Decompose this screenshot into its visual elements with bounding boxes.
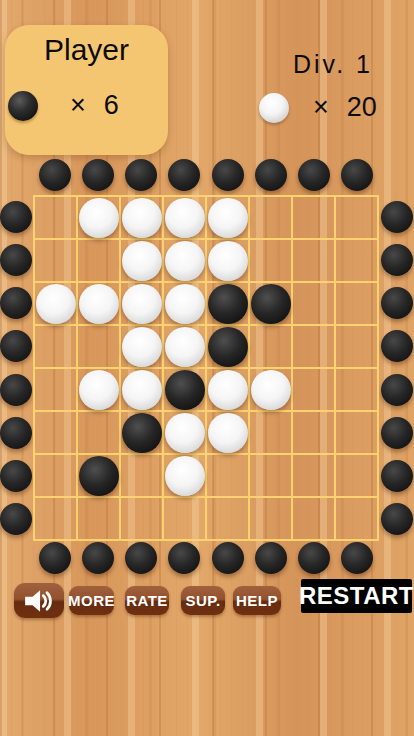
white-stone (165, 284, 205, 324)
board-cell[interactable] (207, 369, 248, 410)
board-cell[interactable] (250, 197, 291, 238)
board-cell[interactable] (250, 326, 291, 367)
decorative-black-stone (0, 503, 32, 535)
board-cell[interactable] (35, 197, 76, 238)
board-cell[interactable] (121, 412, 162, 453)
board-cell[interactable] (35, 455, 76, 496)
board-cell[interactable] (164, 498, 205, 539)
board-cell[interactable] (78, 455, 119, 496)
decorative-black-stone (125, 159, 157, 191)
black-stone (251, 284, 291, 324)
opponent-score-row: × 20 (259, 92, 377, 123)
decorative-black-stone (0, 201, 32, 233)
board-cell[interactable] (207, 197, 248, 238)
white-stone (165, 198, 205, 238)
decorative-black-stone (212, 542, 244, 574)
white-stone (79, 370, 119, 410)
support-button[interactable]: SUP. (181, 586, 225, 615)
board-cell[interactable] (164, 283, 205, 324)
black-stone (79, 456, 119, 496)
board-cell[interactable] (78, 197, 119, 238)
decorative-black-stone (381, 287, 413, 319)
decorative-black-stone (0, 460, 32, 492)
white-stone (208, 241, 248, 281)
decorative-black-stone (0, 244, 32, 276)
speaker-icon (23, 588, 55, 614)
decorative-black-stone (298, 159, 330, 191)
decorative-black-stone (0, 330, 32, 362)
board-cell[interactable] (336, 412, 377, 453)
white-stone (122, 370, 162, 410)
board-cell[interactable] (164, 369, 205, 410)
player-stone-count: 6 (104, 90, 119, 121)
board-cell[interactable] (293, 412, 334, 453)
board-cell[interactable] (121, 197, 162, 238)
board-cell[interactable] (250, 369, 291, 410)
board-cell[interactable] (250, 240, 291, 281)
board-cell[interactable] (207, 455, 248, 496)
white-stone (122, 284, 162, 324)
decorative-black-stone (341, 159, 373, 191)
opponent-label: Div. 1 (258, 50, 408, 79)
decorative-black-stone (212, 159, 244, 191)
board-cell[interactable] (121, 455, 162, 496)
restart-button[interactable]: RESTART (301, 579, 412, 613)
board-cell[interactable] (293, 283, 334, 324)
board-cell[interactable] (121, 283, 162, 324)
game-screen: Player × 6 Div. 1 × 20 MORE RATE SUP. HE… (0, 0, 414, 736)
black-stone (208, 327, 248, 367)
board-cell[interactable] (336, 498, 377, 539)
board-cell[interactable] (78, 369, 119, 410)
board-cell[interactable] (207, 498, 248, 539)
board-cell[interactable] (336, 326, 377, 367)
board-cell[interactable] (293, 240, 334, 281)
white-stone (165, 241, 205, 281)
board-cell[interactable] (207, 283, 248, 324)
border-stones-left (0, 195, 32, 541)
board-cell[interactable] (78, 326, 119, 367)
decorative-black-stone (381, 244, 413, 276)
board-cell[interactable] (207, 412, 248, 453)
border-stones-bottom (33, 542, 379, 574)
board-cell[interactable] (293, 197, 334, 238)
board-cell[interactable] (336, 455, 377, 496)
board-cell[interactable] (336, 240, 377, 281)
board-cell[interactable] (164, 240, 205, 281)
black-stone (165, 370, 205, 410)
board-cell[interactable] (293, 455, 334, 496)
player-black-stone-icon (8, 91, 38, 121)
white-stone (79, 198, 119, 238)
board-cell[interactable] (78, 412, 119, 453)
player-times-sign: × (70, 90, 86, 121)
board-cell[interactable] (35, 369, 76, 410)
board-cell[interactable] (250, 455, 291, 496)
black-stone (208, 284, 248, 324)
decorative-black-stone (0, 417, 32, 449)
board-cell[interactable] (336, 197, 377, 238)
decorative-black-stone (381, 503, 413, 535)
board-cell[interactable] (293, 369, 334, 410)
help-button[interactable]: HELP (233, 586, 281, 615)
white-stone (36, 284, 76, 324)
board-cell[interactable] (35, 283, 76, 324)
decorative-black-stone (39, 542, 71, 574)
white-stone (208, 198, 248, 238)
decorative-black-stone (255, 542, 287, 574)
board-cell[interactable] (35, 326, 76, 367)
board-cell[interactable] (164, 455, 205, 496)
decorative-black-stone (381, 374, 413, 406)
board-cell[interactable] (293, 498, 334, 539)
decorative-black-stone (168, 542, 200, 574)
board-cell[interactable] (250, 498, 291, 539)
board-cell[interactable] (250, 283, 291, 324)
board-cell[interactable] (121, 240, 162, 281)
decorative-black-stone (39, 159, 71, 191)
board-cell[interactable] (164, 326, 205, 367)
white-stone (122, 241, 162, 281)
board-cell[interactable] (78, 498, 119, 539)
decorative-black-stone (82, 159, 114, 191)
board-cell[interactable] (78, 283, 119, 324)
white-stone (122, 327, 162, 367)
decorative-black-stone (381, 330, 413, 362)
board-cell[interactable] (35, 240, 76, 281)
white-stone (122, 198, 162, 238)
opponent-stone-count: 20 (347, 92, 377, 123)
decorative-black-stone (381, 201, 413, 233)
board-cell[interactable] (35, 498, 76, 539)
decorative-black-stone (255, 159, 287, 191)
decorative-black-stone (0, 287, 32, 319)
opponent-times-sign: × (313, 92, 329, 123)
decorative-black-stone (168, 159, 200, 191)
more-button[interactable]: MORE (69, 586, 114, 615)
board-cell[interactable] (78, 240, 119, 281)
white-stone (165, 456, 205, 496)
white-stone (208, 413, 248, 453)
board-cell[interactable] (207, 326, 248, 367)
decorative-black-stone (125, 542, 157, 574)
decorative-black-stone (298, 542, 330, 574)
decorative-black-stone (381, 460, 413, 492)
board-cell[interactable] (207, 240, 248, 281)
board-cell[interactable] (121, 326, 162, 367)
border-stones-right (381, 195, 413, 541)
player-score-card: Player × 6 (5, 25, 168, 155)
decorative-black-stone (341, 542, 373, 574)
decorative-black-stone (82, 542, 114, 574)
white-stone (165, 413, 205, 453)
board-cell[interactable] (164, 197, 205, 238)
opponent-white-stone-icon (259, 93, 289, 123)
reversi-board (33, 195, 379, 541)
player-score-row: × 6 (8, 90, 119, 121)
decorative-black-stone (0, 374, 32, 406)
white-stone (208, 370, 248, 410)
board-cell[interactable] (121, 369, 162, 410)
board-cell[interactable] (336, 369, 377, 410)
white-stone (165, 327, 205, 367)
black-stone (122, 413, 162, 453)
decorative-black-stone (381, 417, 413, 449)
board-cell[interactable] (164, 412, 205, 453)
player-label: Player (5, 33, 168, 67)
board-cell[interactable] (250, 412, 291, 453)
board-cell[interactable] (336, 283, 377, 324)
white-stone (251, 370, 291, 410)
board-cell[interactable] (35, 412, 76, 453)
border-stones-top (33, 159, 379, 191)
board-cell[interactable] (293, 326, 334, 367)
white-stone (79, 284, 119, 324)
rate-button[interactable]: RATE (125, 586, 169, 615)
board-cell[interactable] (121, 498, 162, 539)
sound-toggle-button[interactable] (14, 583, 64, 618)
